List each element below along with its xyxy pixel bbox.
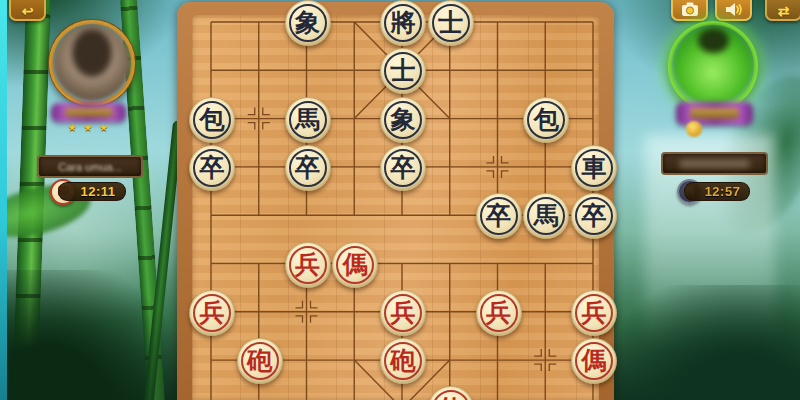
- left-avatar-hair: [72, 29, 113, 77]
- piece-black[interactable]: 馬: [285, 97, 331, 143]
- piece-glyph: 車: [572, 146, 616, 190]
- piece-red[interactable]: 仕: [428, 386, 474, 400]
- piece-black[interactable]: 將: [380, 0, 426, 46]
- right-player-nameplate: [661, 152, 768, 175]
- left-player-clock: 12:11: [58, 182, 126, 201]
- piece-glyph: 士: [429, 1, 473, 45]
- piece-glyph: 士: [381, 49, 425, 93]
- piece-glyph: 兵: [381, 291, 425, 335]
- swap-table-button[interactable]: ⇄: [765, 0, 800, 21]
- screen-edge-strip: [0, 0, 7, 400]
- piece-glyph: 傌: [572, 339, 616, 383]
- piece-glyph: 兵: [477, 291, 521, 335]
- back-icon: ↩: [22, 3, 34, 19]
- piece-black[interactable]: 馬: [523, 193, 569, 239]
- piece-glyph: 仕: [429, 387, 473, 400]
- piece-glyph: 馬: [524, 194, 568, 238]
- piece-glyph: 砲: [238, 339, 282, 383]
- piece-glyph: 傌: [333, 243, 377, 287]
- piece-black[interactable]: 車: [571, 145, 617, 191]
- piece-glyph: 象: [286, 1, 330, 45]
- left-player-level-ribbon: [51, 103, 126, 122]
- piece-glyph: 兵: [286, 243, 330, 287]
- piece-glyph: 包: [524, 98, 568, 142]
- piece-black[interactable]: 卒: [285, 145, 331, 191]
- piece-red[interactable]: 砲: [380, 338, 426, 384]
- right-player-clock: 12:57: [684, 182, 750, 201]
- camera-button[interactable]: [671, 0, 708, 21]
- piece-glyph: 將: [381, 1, 425, 45]
- piece-glyph: 兵: [572, 291, 616, 335]
- piece-black[interactable]: 卒: [476, 193, 522, 239]
- piece-red[interactable]: 傌: [571, 338, 617, 384]
- piece-red[interactable]: 兵: [571, 290, 617, 336]
- piece-glyph: 象: [381, 98, 425, 142]
- right-player-avatar[interactable]: [668, 21, 758, 111]
- ribbon-center: [690, 108, 739, 120]
- left-player-stars: ★ ★ ★: [59, 122, 119, 133]
- piece-glyph: 卒: [381, 146, 425, 190]
- ribbon-center: [65, 108, 113, 118]
- right-player-level-ribbon: [676, 102, 753, 125]
- sound-button[interactable]: [715, 0, 752, 21]
- piece-red[interactable]: 傌: [332, 242, 378, 288]
- piece-glyph: 馬: [286, 98, 330, 142]
- hills-left: [0, 270, 185, 400]
- piece-glyph: 砲: [381, 339, 425, 383]
- swap-icon: ⇄: [778, 3, 790, 19]
- piece-black[interactable]: 卒: [571, 193, 617, 239]
- piece-glyph: 包: [190, 98, 234, 142]
- right-avatar-hair: [698, 28, 729, 53]
- piece-black[interactable]: 包: [523, 97, 569, 143]
- speaker-icon: [725, 2, 743, 17]
- right-player-name-blurred: [679, 160, 749, 168]
- right-clock-time: 12:57: [705, 184, 741, 199]
- left-player-avatar[interactable]: [49, 20, 135, 106]
- piece-red[interactable]: 兵: [380, 290, 426, 336]
- piece-black[interactable]: 士: [380, 48, 426, 94]
- piece-black[interactable]: 士: [428, 0, 474, 46]
- game-screen: 象將士士包馬象包卒卒卒車卒馬卒兵傌兵兵兵兵砲砲傌仕 ↩ ⇄ ★ ★ ★ Cara…: [0, 0, 800, 400]
- piece-glyph: 卒: [572, 194, 616, 238]
- back-button[interactable]: ↩: [9, 0, 46, 21]
- piece-glyph: 卒: [286, 146, 330, 190]
- board-pieces: 象將士士包馬象包卒卒卒車卒馬卒兵傌兵兵兵兵砲砲傌仕: [177, 2, 614, 400]
- piece-red[interactable]: 兵: [476, 290, 522, 336]
- gold-coin-icon: [686, 121, 702, 137]
- xiangqi-board[interactable]: 象將士士包馬象包卒卒卒車卒馬卒兵傌兵兵兵兵砲砲傌仕: [177, 2, 614, 400]
- piece-glyph: 卒: [477, 194, 521, 238]
- piece-glyph: 卒: [190, 146, 234, 190]
- piece-black[interactable]: 卒: [189, 145, 235, 191]
- piece-black[interactable]: 卒: [380, 145, 426, 191]
- piece-red[interactable]: 兵: [285, 242, 331, 288]
- piece-black[interactable]: 包: [189, 97, 235, 143]
- camera-icon: [681, 2, 699, 17]
- left-player-nameplate: Cara umua...: [37, 155, 143, 178]
- piece-red[interactable]: 砲: [237, 338, 283, 384]
- piece-black[interactable]: 象: [285, 0, 331, 46]
- piece-red[interactable]: 兵: [189, 290, 235, 336]
- left-player-name: Cara umua...: [58, 161, 122, 173]
- hills-right: [600, 285, 800, 400]
- left-clock-time: 12:11: [80, 184, 115, 199]
- piece-black[interactable]: 象: [380, 97, 426, 143]
- piece-glyph: 兵: [190, 291, 234, 335]
